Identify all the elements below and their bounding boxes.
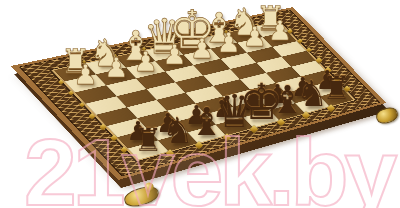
brass-clasp-bottom-icon	[122, 184, 160, 208]
chess-board	[11, 7, 386, 180]
product-photo-chess-set: ♜♞♝♛♚♝♞♜♟♟♟♟♟♟♟♟♟♟♟♟♟♟♟♟♜♞♝♛♚♝♞♜ 21vek.b…	[0, 0, 400, 208]
board-field	[54, 22, 353, 160]
